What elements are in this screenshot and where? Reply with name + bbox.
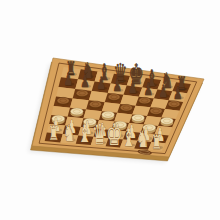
svg-text:♛: ♛ xyxy=(92,118,107,149)
svg-text:♜: ♜ xyxy=(151,131,162,154)
svg-text:♟: ♟ xyxy=(96,74,105,93)
square-d5 xyxy=(102,102,120,113)
dark-checker xyxy=(57,97,69,106)
light-bishop: ♝ xyxy=(122,123,135,152)
svg-text:♝: ♝ xyxy=(122,123,135,152)
dark-checker xyxy=(139,97,151,105)
dark-checker xyxy=(89,101,101,110)
dark-checker xyxy=(76,90,88,98)
light-bishop: ♝ xyxy=(78,119,91,148)
dark-checker xyxy=(168,101,180,109)
dark-pawn: ♟ xyxy=(128,78,139,97)
light-knight: ♞ xyxy=(63,119,76,146)
light-rook: ♜ xyxy=(151,131,163,154)
svg-text:♟: ♟ xyxy=(128,78,137,97)
square-b5 xyxy=(70,99,89,110)
dark-pawn: ♟ xyxy=(143,80,154,99)
svg-text:♞: ♞ xyxy=(63,119,76,146)
svg-text:♝: ♝ xyxy=(78,119,91,148)
light-rook: ♜ xyxy=(48,122,60,145)
light-knight: ♞ xyxy=(137,126,150,153)
svg-text:♟: ♟ xyxy=(143,80,152,99)
svg-text:♚: ♚ xyxy=(106,117,123,152)
board-scene: ♜♞♝♛♚♝♞♜♟♟♟♟♟♟♟♟♟♟♟♟♟♟♟♟♜♞♝♛♚♝♞♜ xyxy=(0,0,220,220)
light-queen: ♛ xyxy=(92,118,107,149)
svg-text:♞: ♞ xyxy=(137,126,150,153)
svg-text:♟: ♟ xyxy=(112,76,121,95)
dark-pawn: ♟ xyxy=(96,74,107,93)
light-king: ♚ xyxy=(106,117,123,152)
dark-checker xyxy=(150,108,162,117)
svg-text:♟: ♟ xyxy=(80,72,89,91)
svg-text:♜: ♜ xyxy=(48,122,59,145)
svg-text:♟: ♟ xyxy=(173,83,182,102)
dark-pawn: ♟ xyxy=(173,83,184,102)
dark-pawn: ♟ xyxy=(80,72,91,91)
svg-text:♟: ♟ xyxy=(158,81,167,100)
dark-checker xyxy=(120,104,132,113)
dark-pawn: ♟ xyxy=(158,81,169,100)
product-photo: Chess and checkers (draughts) combinatio… xyxy=(0,0,220,220)
svg-text:♟: ♟ xyxy=(63,70,72,89)
dark-checker xyxy=(108,94,120,102)
dark-pawn: ♟ xyxy=(112,76,123,95)
dark-pawn: ♟ xyxy=(63,70,74,89)
